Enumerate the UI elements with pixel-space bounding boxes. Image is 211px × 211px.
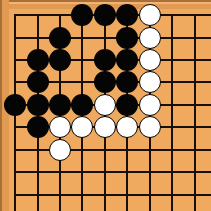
white-stone xyxy=(139,71,161,93)
white-stone xyxy=(116,116,138,138)
white-stone xyxy=(71,116,93,138)
white-stone xyxy=(139,49,161,71)
grid-horizontal-line xyxy=(14,37,211,39)
black-stone xyxy=(116,27,138,49)
black-stone xyxy=(49,27,71,49)
black-stone xyxy=(4,94,26,116)
black-stone xyxy=(116,71,138,93)
black-stone xyxy=(71,94,93,116)
grid-vertical-line xyxy=(194,14,196,211)
black-stone xyxy=(49,94,71,116)
black-stone xyxy=(27,116,49,138)
white-stone xyxy=(139,116,161,138)
go-board-screenshot xyxy=(0,0,211,211)
black-stone xyxy=(71,4,93,26)
black-stone xyxy=(116,94,138,116)
go-board[interactable] xyxy=(0,0,211,211)
black-stone xyxy=(94,49,116,71)
white-stone xyxy=(139,4,161,26)
grid-horizontal-line xyxy=(14,194,211,196)
grid-horizontal-line xyxy=(14,149,211,151)
black-stone xyxy=(49,49,71,71)
black-stone xyxy=(27,71,49,93)
black-stone xyxy=(94,71,116,93)
black-stone xyxy=(116,49,138,71)
grid-vertical-line xyxy=(171,14,173,211)
black-stone xyxy=(27,49,49,71)
white-stone xyxy=(49,116,71,138)
black-stone xyxy=(27,94,49,116)
white-stone xyxy=(94,116,116,138)
white-stone xyxy=(139,94,161,116)
black-stone xyxy=(94,4,116,26)
white-stone xyxy=(139,27,161,49)
white-stone xyxy=(49,139,71,161)
black-stone xyxy=(116,4,138,26)
white-stone xyxy=(94,94,116,116)
grid-horizontal-line xyxy=(14,171,211,173)
